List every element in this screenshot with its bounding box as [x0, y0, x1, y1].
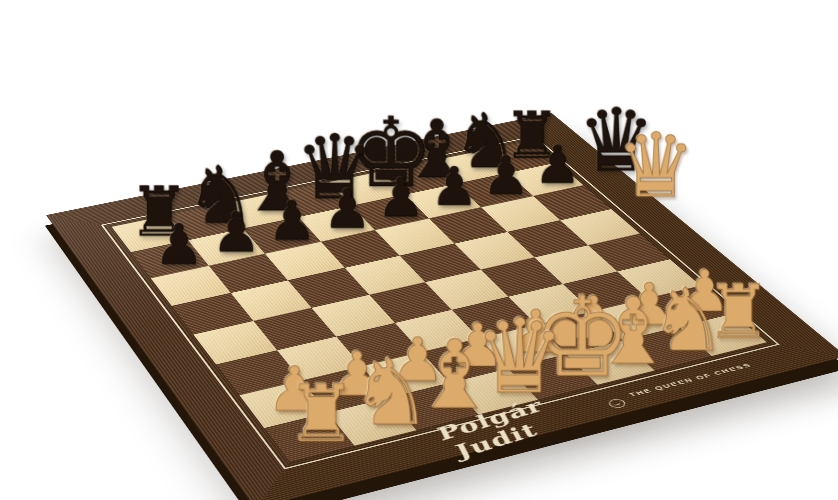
black-pawn-h7[interactable]: ♟	[528, 140, 585, 189]
white-knight-b1[interactable]: ♞	[350, 349, 419, 436]
black-pawn-a7[interactable]: ♟	[148, 218, 209, 271]
black-pawn-f7[interactable]: ♟	[425, 161, 483, 211]
black-pawn-b7[interactable]: ♟	[206, 206, 266, 258]
product-photo-scene: ♜♞♝♛♚♝♞♜♟♟♟♟♟♟♟♟♟♟♟♟♟♟♟♟♜♞♝♛♚♝♞♜ Polgár …	[0, 0, 838, 500]
black-pawn-e7[interactable]: ♟	[371, 172, 430, 223]
black-pawn-d7[interactable]: ♟	[317, 183, 376, 234]
black-pawn-c7[interactable]: ♟	[262, 195, 322, 247]
black-pawn-g7[interactable]: ♟	[477, 151, 535, 201]
white-queen-spare: ♛	[616, 124, 675, 208]
square-c5[interactable]	[288, 268, 369, 308]
white-rook-a1[interactable]: ♜	[286, 377, 355, 452]
